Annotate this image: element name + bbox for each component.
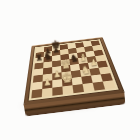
photo-background: { "game": "chess", "scene": { "descripti… — [0, 0, 140, 140]
square-h1[interactable] — [103, 80, 116, 89]
square-a1[interactable] — [31, 89, 42, 98]
chessboard-perspective: ♚♟♟♜♞♞♝♛♟♞♟♟♚ — [23, 37, 124, 105]
square-b1[interactable] — [42, 88, 53, 97]
piece-white-k-d2[interactable]: ♚ — [55, 70, 79, 86]
chessboard-tilt-wrapper: ♚♟♟♜♞♞♝♛♟♞♟♟♚ — [23, 18, 117, 112]
board-frame: ♚♟♟♜♞♞♝♛♟♞♟♟♚ — [23, 37, 124, 105]
square-c1[interactable] — [52, 86, 63, 95]
